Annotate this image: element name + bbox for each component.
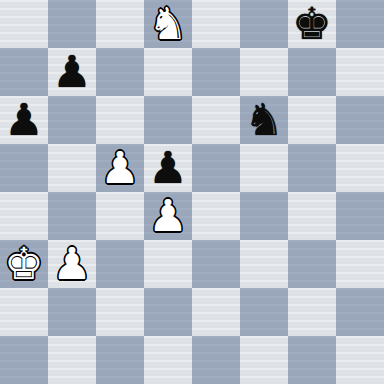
black-pawn[interactable]: ♟	[52, 48, 91, 96]
square-g5[interactable]	[288, 144, 336, 192]
black-pawn[interactable]: ♟	[4, 96, 43, 144]
square-a7[interactable]	[0, 48, 48, 96]
square-b8[interactable]	[48, 0, 96, 48]
white-knight[interactable]: ♞	[148, 0, 187, 48]
chess-board: ♞♚♟♟♞♟♟♟♚♟	[0, 0, 384, 384]
square-g8[interactable]: ♚	[288, 0, 336, 48]
square-c7[interactable]	[96, 48, 144, 96]
square-c2[interactable]	[96, 288, 144, 336]
square-c1[interactable]	[96, 336, 144, 384]
square-e7[interactable]	[192, 48, 240, 96]
square-d7[interactable]	[144, 48, 192, 96]
square-d4[interactable]: ♟	[144, 192, 192, 240]
square-g4[interactable]	[288, 192, 336, 240]
white-pawn[interactable]: ♟	[100, 144, 139, 192]
square-a8[interactable]	[0, 0, 48, 48]
square-h6[interactable]	[336, 96, 384, 144]
square-g2[interactable]	[288, 288, 336, 336]
square-g6[interactable]	[288, 96, 336, 144]
square-d5[interactable]: ♟	[144, 144, 192, 192]
square-h3[interactable]	[336, 240, 384, 288]
square-e3[interactable]	[192, 240, 240, 288]
square-a4[interactable]	[0, 192, 48, 240]
square-b2[interactable]	[48, 288, 96, 336]
square-d1[interactable]	[144, 336, 192, 384]
square-e2[interactable]	[192, 288, 240, 336]
square-c3[interactable]	[96, 240, 144, 288]
square-f6[interactable]: ♞	[240, 96, 288, 144]
square-b3[interactable]: ♟	[48, 240, 96, 288]
square-d2[interactable]	[144, 288, 192, 336]
white-pawn[interactable]: ♟	[148, 192, 187, 240]
square-a5[interactable]	[0, 144, 48, 192]
square-f8[interactable]	[240, 0, 288, 48]
square-a6[interactable]: ♟	[0, 96, 48, 144]
square-h1[interactable]	[336, 336, 384, 384]
black-pawn[interactable]: ♟	[148, 144, 187, 192]
square-c6[interactable]	[96, 96, 144, 144]
square-a1[interactable]	[0, 336, 48, 384]
square-c8[interactable]	[96, 0, 144, 48]
square-b7[interactable]: ♟	[48, 48, 96, 96]
square-f1[interactable]	[240, 336, 288, 384]
square-h2[interactable]	[336, 288, 384, 336]
square-c5[interactable]: ♟	[96, 144, 144, 192]
black-knight[interactable]: ♞	[244, 96, 283, 144]
square-d3[interactable]	[144, 240, 192, 288]
white-king[interactable]: ♚	[4, 240, 43, 288]
square-b1[interactable]	[48, 336, 96, 384]
square-f3[interactable]	[240, 240, 288, 288]
square-f4[interactable]	[240, 192, 288, 240]
square-b5[interactable]	[48, 144, 96, 192]
square-g3[interactable]	[288, 240, 336, 288]
square-h5[interactable]	[336, 144, 384, 192]
square-f5[interactable]	[240, 144, 288, 192]
square-g1[interactable]	[288, 336, 336, 384]
square-a2[interactable]	[0, 288, 48, 336]
square-b6[interactable]	[48, 96, 96, 144]
square-h4[interactable]	[336, 192, 384, 240]
square-b4[interactable]	[48, 192, 96, 240]
square-f7[interactable]	[240, 48, 288, 96]
square-e5[interactable]	[192, 144, 240, 192]
square-e1[interactable]	[192, 336, 240, 384]
square-e8[interactable]	[192, 0, 240, 48]
square-c4[interactable]	[96, 192, 144, 240]
square-f2[interactable]	[240, 288, 288, 336]
white-pawn[interactable]: ♟	[52, 240, 91, 288]
square-e6[interactable]	[192, 96, 240, 144]
square-a3[interactable]: ♚	[0, 240, 48, 288]
square-g7[interactable]	[288, 48, 336, 96]
square-h7[interactable]	[336, 48, 384, 96]
square-d6[interactable]	[144, 96, 192, 144]
black-king[interactable]: ♚	[292, 0, 331, 48]
square-e4[interactable]	[192, 192, 240, 240]
square-d8[interactable]: ♞	[144, 0, 192, 48]
square-h8[interactable]	[336, 0, 384, 48]
